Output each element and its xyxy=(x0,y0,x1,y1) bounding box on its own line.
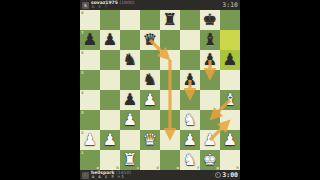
square-a8[interactable]: 8 xyxy=(80,10,100,30)
square-h2[interactable]: ♟ xyxy=(220,130,240,150)
white-pawn-d4: ♟ xyxy=(140,90,160,110)
white-pawn-f2: ♟ xyxy=(180,130,200,150)
white-bishop-h4: ♝ xyxy=(220,90,240,110)
rank-label-4: 4 xyxy=(81,91,84,95)
square-a7[interactable]: ♟7 xyxy=(80,30,100,50)
square-c2[interactable] xyxy=(120,130,140,150)
square-e2[interactable] xyxy=(160,130,180,150)
square-f1[interactable]: ♞f xyxy=(180,150,200,170)
file-label-c: c xyxy=(137,166,139,170)
square-d2[interactable]: ♛ xyxy=(140,130,160,150)
rank-label-8: 8 xyxy=(81,11,84,15)
player-captured-pieces: ♟ ♟ ♝ ♜ +1 xyxy=(91,175,215,180)
square-a5[interactable]: 5 xyxy=(80,70,100,90)
opponent-bar: ♞ sovaz1975 (1800) ♙ ♗ ♖ 3:10 xyxy=(80,0,240,10)
square-b5[interactable] xyxy=(100,70,120,90)
square-d5[interactable]: ♞ xyxy=(140,70,160,90)
square-h3[interactable] xyxy=(220,110,240,130)
player-clock: 3:00 xyxy=(215,171,238,179)
white-pawn-a2: ♟ xyxy=(80,130,100,150)
square-c5[interactable] xyxy=(120,70,140,90)
square-e3[interactable] xyxy=(160,110,180,130)
black-pawn-g6: ♟ xyxy=(200,50,220,70)
square-g8[interactable]: ♚ xyxy=(200,10,220,30)
file-label-d: d xyxy=(156,166,159,170)
square-g6[interactable]: ♟ xyxy=(200,50,220,70)
square-h7[interactable] xyxy=(220,30,240,50)
square-a6[interactable]: 6 xyxy=(80,50,100,70)
square-a2[interactable]: ♟2 xyxy=(80,130,100,150)
square-a1[interactable]: 1a xyxy=(80,150,100,170)
black-king-g8: ♚ xyxy=(200,10,220,30)
white-pawn-c3: ♟ xyxy=(120,110,140,130)
black-queen-d7: ♛ xyxy=(140,30,160,50)
black-bishop-g7: ♝ xyxy=(200,30,220,50)
black-pawn-c4: ♟ xyxy=(120,90,140,110)
square-b2[interactable]: ♟ xyxy=(100,130,120,150)
square-f8[interactable] xyxy=(180,10,200,30)
square-h8[interactable] xyxy=(220,10,240,30)
square-d3[interactable] xyxy=(140,110,160,130)
square-g4[interactable] xyxy=(200,90,220,110)
square-c6[interactable]: ♞ xyxy=(120,50,140,70)
square-e7[interactable] xyxy=(160,30,180,50)
white-pawn-h2: ♟ xyxy=(220,130,240,150)
square-c3[interactable]: ♟ xyxy=(120,110,140,130)
square-b4[interactable] xyxy=(100,90,120,110)
square-d8[interactable] xyxy=(140,10,160,30)
square-g1[interactable]: ♚g xyxy=(200,150,220,170)
game-column: ♞ sovaz1975 (1800) ♙ ♗ ♖ 3:10 8♜♚♟7♟♛♝6♞… xyxy=(80,0,240,180)
square-c7[interactable] xyxy=(120,30,140,50)
file-label-e: e xyxy=(176,166,179,170)
square-d7[interactable]: ♛ xyxy=(140,30,160,50)
square-e4[interactable] xyxy=(160,90,180,110)
rank-label-1: 1 xyxy=(81,151,84,155)
opponent-avatar-icon: ♞ xyxy=(82,2,89,9)
square-c1[interactable]: ♜c xyxy=(120,150,140,170)
chess-board[interactable]: 8♜♚♟7♟♛♝6♞♟♟5♞♟4♟♟♝3♟♞♟2♟♛♟♟♟1ab♜cde♞f♚g… xyxy=(80,10,240,170)
white-pawn-b2: ♟ xyxy=(100,130,120,150)
square-f5[interactable]: ♟ xyxy=(180,70,200,90)
white-knight-f1: ♞ xyxy=(180,150,200,170)
rank-label-5: 5 xyxy=(81,71,84,75)
square-b8[interactable] xyxy=(100,10,120,30)
black-pawn-b7: ♟ xyxy=(100,30,120,50)
black-pawn-a7: ♟ xyxy=(80,30,100,50)
rank-label-2: 2 xyxy=(81,131,84,135)
square-b1[interactable]: b xyxy=(100,150,120,170)
square-e8[interactable]: ♜ xyxy=(160,10,180,30)
square-h5[interactable] xyxy=(220,70,240,90)
material-advantage: +1 xyxy=(117,174,125,179)
white-pawn-g2: ♟ xyxy=(200,130,220,150)
square-g5[interactable] xyxy=(200,70,220,90)
square-f2[interactable]: ♟ xyxy=(180,130,200,150)
square-c4[interactable]: ♟ xyxy=(120,90,140,110)
square-a3[interactable]: 3 xyxy=(80,110,100,130)
file-label-b: b xyxy=(116,166,119,170)
square-d1[interactable]: d xyxy=(140,150,160,170)
square-e5[interactable] xyxy=(160,70,180,90)
square-f3[interactable]: ♞ xyxy=(180,110,200,130)
square-h4[interactable]: ♝ xyxy=(220,90,240,110)
square-e6[interactable] xyxy=(160,50,180,70)
square-f4[interactable] xyxy=(180,90,200,110)
clock-icon xyxy=(215,172,221,178)
square-f7[interactable] xyxy=(180,30,200,50)
rank-label-6: 6 xyxy=(81,51,84,55)
rank-label-3: 3 xyxy=(81,111,84,115)
black-rook-e8: ♜ xyxy=(160,10,180,30)
white-queen-d2: ♛ xyxy=(140,130,160,150)
white-rook-c1: ♜ xyxy=(120,150,140,170)
file-label-h: h xyxy=(236,166,239,170)
file-label-g: g xyxy=(216,166,219,170)
square-h1[interactable]: h xyxy=(220,150,240,170)
black-pawn-f5: ♟ xyxy=(180,70,200,90)
square-d6[interactable] xyxy=(140,50,160,70)
black-knight-d5: ♞ xyxy=(140,70,160,90)
square-g2[interactable]: ♟ xyxy=(200,130,220,150)
rank-label-7: 7 xyxy=(81,31,84,35)
square-g7[interactable]: ♝ xyxy=(200,30,220,50)
square-h6[interactable]: ♟ xyxy=(220,50,240,70)
opponent-clock: 3:10 xyxy=(222,1,238,9)
black-knight-c6: ♞ xyxy=(120,50,140,70)
square-a4[interactable]: 4 xyxy=(80,90,100,110)
square-b7[interactable]: ♟ xyxy=(100,30,120,50)
black-pawn-h6: ♟ xyxy=(220,50,240,70)
square-e1[interactable]: e xyxy=(160,150,180,170)
player-avatar-icon: ♘ xyxy=(82,172,89,179)
file-label-f: f xyxy=(197,166,199,170)
white-king-g1: ♚ xyxy=(200,150,220,170)
app-screen: ♞ sovaz1975 (1800) ♙ ♗ ♖ 3:10 8♜♚♟7♟♛♝6♞… xyxy=(0,0,320,180)
square-c8[interactable] xyxy=(120,10,140,30)
square-g3[interactable] xyxy=(200,110,220,130)
square-f6[interactable] xyxy=(180,50,200,70)
square-b3[interactable] xyxy=(100,110,120,130)
square-b6[interactable] xyxy=(100,50,120,70)
file-label-a: a xyxy=(96,166,99,170)
player-bar: ♘ hellspark (1650) ♟ ♟ ♝ ♜ +1 3:00 xyxy=(80,170,240,180)
square-d4[interactable]: ♟ xyxy=(140,90,160,110)
white-knight-f3: ♞ xyxy=(180,110,200,130)
